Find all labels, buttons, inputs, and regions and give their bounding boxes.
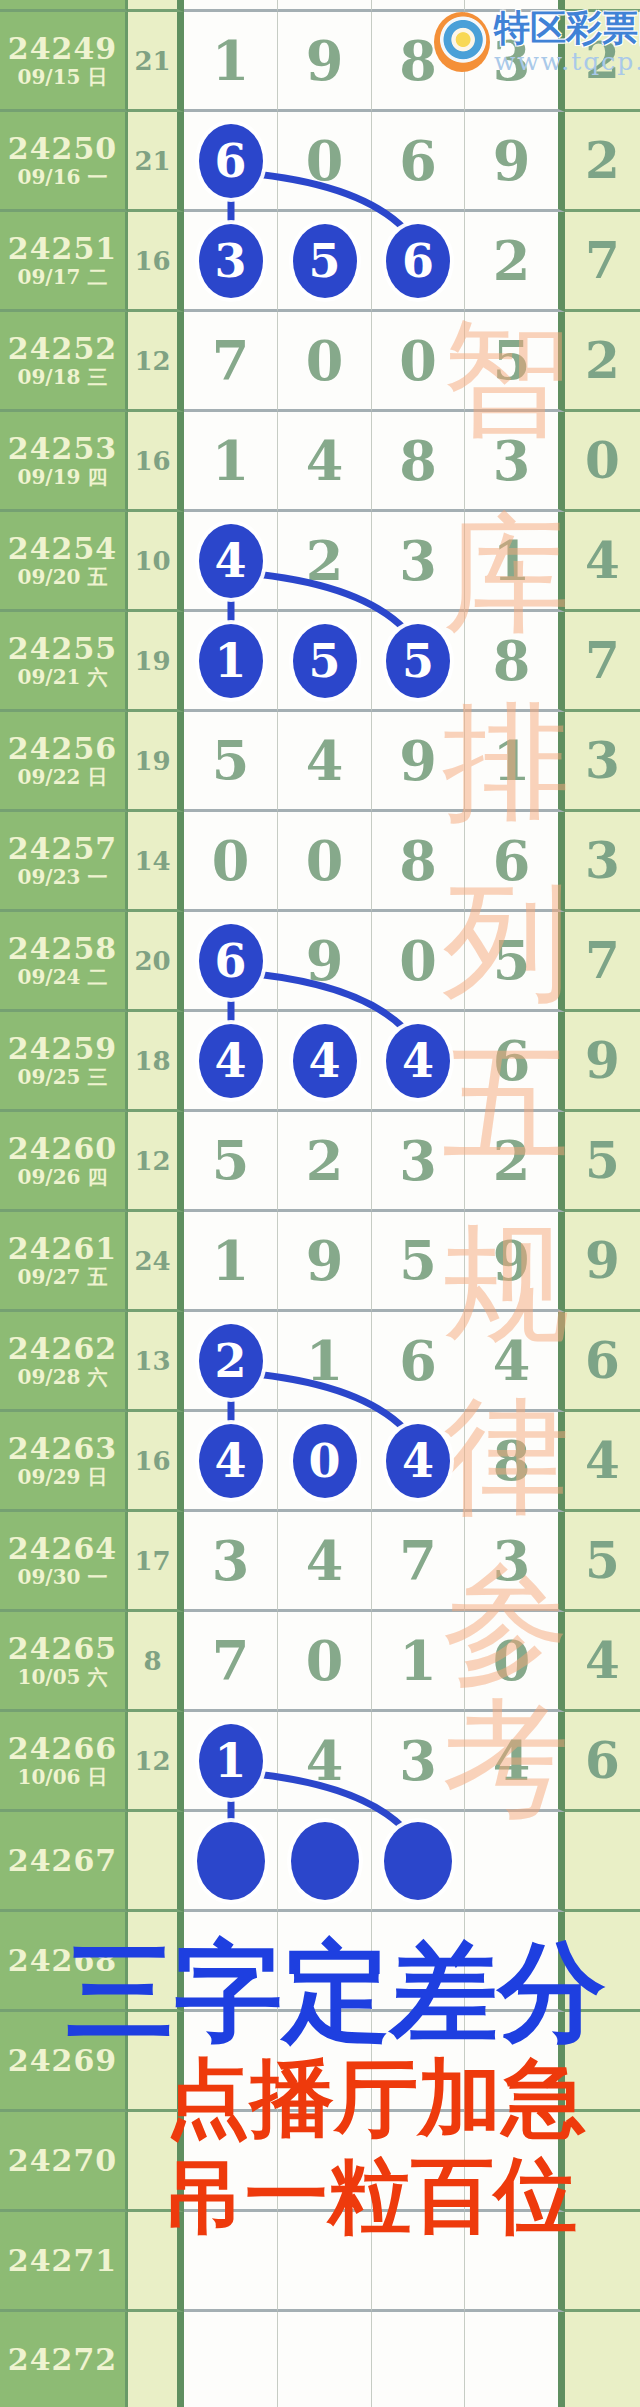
last-digit-cell: 7 bbox=[565, 212, 640, 312]
digit-cell: 4 bbox=[278, 712, 372, 812]
digit-cell: 6 bbox=[465, 1012, 565, 1112]
draw-date: 09/24 二 bbox=[18, 967, 108, 988]
issue-number: 24251 bbox=[8, 233, 117, 265]
last-digit-cell: 9 bbox=[565, 1012, 640, 1112]
issue-cell: 2426610/06 日 bbox=[0, 1712, 128, 1812]
digit-cell: 0 bbox=[372, 312, 465, 412]
chart-row-24257: 2425709/23 一1400863 bbox=[0, 812, 640, 912]
digit-cell: 8 bbox=[372, 812, 465, 912]
count-cell: 8 bbox=[128, 1612, 184, 1712]
prediction-circle bbox=[197, 1822, 265, 1900]
count-cell: 19 bbox=[128, 612, 184, 712]
issue-number: 24271 bbox=[8, 2245, 117, 2277]
count-cell: 12 bbox=[128, 1112, 184, 1212]
digit-cell: 6 bbox=[465, 812, 565, 912]
issue-cell: 24267 bbox=[0, 1812, 128, 1912]
count-cell bbox=[128, 2312, 184, 2407]
circled-digit: 6 bbox=[386, 224, 450, 298]
circled-digit: 4 bbox=[293, 1024, 357, 1098]
digit-cell bbox=[278, 2312, 372, 2407]
digit-cell: 0 bbox=[278, 112, 372, 212]
digit-cell: 5 bbox=[278, 612, 372, 712]
digit-cell: 9 bbox=[278, 12, 372, 112]
digit-cell: 2 bbox=[465, 212, 565, 312]
last-digit-cell: 2 bbox=[565, 312, 640, 412]
issue-number: 24254 bbox=[8, 533, 117, 565]
digit-cell bbox=[278, 1812, 372, 1912]
annotation-red-line2: 吊一粒百位 bbox=[162, 2154, 577, 2237]
digit-cell bbox=[465, 2312, 565, 2407]
digit-cell: 4 bbox=[184, 1412, 278, 1512]
draw-date: 09/30 一 bbox=[18, 1567, 108, 1588]
issue-number: 24252 bbox=[8, 333, 117, 365]
issue-number: 24263 bbox=[8, 1433, 117, 1465]
site-name: 特区彩票网 bbox=[494, 10, 640, 46]
digit-cell: 5 bbox=[184, 712, 278, 812]
issue-number: 24253 bbox=[8, 433, 117, 465]
digit-cell: 6 bbox=[372, 112, 465, 212]
digit-cell: 0 bbox=[372, 912, 465, 1012]
digit-cell: 4 bbox=[184, 1012, 278, 1112]
circled-digit: 6 bbox=[199, 124, 263, 198]
issue-number: 24260 bbox=[8, 1133, 117, 1165]
issue-number: 24259 bbox=[8, 1033, 117, 1065]
count-cell bbox=[128, 0, 184, 12]
issue-number: 24264 bbox=[8, 1533, 117, 1565]
circled-digit: 4 bbox=[199, 1024, 263, 1098]
last-digit-cell: 0 bbox=[565, 412, 640, 512]
draw-date: 09/25 三 bbox=[18, 1067, 108, 1088]
digit-cell: 0 bbox=[465, 1612, 565, 1712]
chart-row-24254: 2425409/20 五1042314 bbox=[0, 512, 640, 612]
digit-cell: 1 bbox=[465, 512, 565, 612]
digit-cell: 0 bbox=[278, 812, 372, 912]
issue-number: 24258 bbox=[8, 933, 117, 965]
count-cell: 20 bbox=[128, 912, 184, 1012]
draw-date: 09/16 一 bbox=[18, 167, 108, 188]
count-cell: 12 bbox=[128, 312, 184, 412]
circled-digit: 1 bbox=[199, 1724, 263, 1798]
last-digit-cell bbox=[565, 1812, 640, 1912]
count-cell: 16 bbox=[128, 212, 184, 312]
digit-cell: 8 bbox=[372, 412, 465, 512]
digit-cell: 3 bbox=[372, 1112, 465, 1212]
site-logo: 特区彩票网 www.tqcp.net bbox=[434, 10, 640, 76]
last-digit-cell: 7 bbox=[565, 612, 640, 712]
draw-date: 09/22 日 bbox=[18, 767, 108, 788]
draw-date: 09/15 日 bbox=[18, 67, 108, 88]
digit-cell: 7 bbox=[372, 1512, 465, 1612]
issue-cell: 2424909/15 日 bbox=[0, 12, 128, 112]
count-cell: 16 bbox=[128, 412, 184, 512]
count-cell: 14 bbox=[128, 812, 184, 912]
digit-cell: 9 bbox=[278, 1212, 372, 1312]
circled-digit: 4 bbox=[199, 1424, 263, 1498]
last-digit-cell: 5 bbox=[565, 1112, 640, 1212]
count-cell: 18 bbox=[128, 1012, 184, 1112]
issue-cell: 2425909/25 三 bbox=[0, 1012, 128, 1112]
count-cell: 16 bbox=[128, 1412, 184, 1512]
digit-cell: 4 bbox=[278, 1012, 372, 1112]
last-digit-cell: 7 bbox=[565, 912, 640, 1012]
digit-cell: 4 bbox=[278, 1512, 372, 1612]
chart-row-24263: 2426309/29 日1640484 bbox=[0, 1412, 640, 1512]
digit-cell bbox=[278, 0, 372, 12]
issue-cell: 2426510/05 六 bbox=[0, 1612, 128, 1712]
digit-cell: 1 bbox=[184, 1212, 278, 1312]
issue-number: 24256 bbox=[8, 733, 117, 765]
issue-number: 24267 bbox=[8, 1845, 117, 1877]
digit-cell: 3 bbox=[465, 1512, 565, 1612]
digit-cell: 5 bbox=[465, 312, 565, 412]
digit-cell: 1 bbox=[184, 412, 278, 512]
draw-date: 09/26 四 bbox=[18, 1167, 108, 1188]
draw-date: 09/29 日 bbox=[18, 1467, 108, 1488]
digit-cell: 3 bbox=[184, 1512, 278, 1612]
circled-digit: 4 bbox=[386, 1424, 450, 1498]
digit-cell: 5 bbox=[465, 912, 565, 1012]
chart-row-24256: 2425609/22 日1954913 bbox=[0, 712, 640, 812]
digit-cell: 2 bbox=[465, 1112, 565, 1212]
issue-cell: 24272 bbox=[0, 2312, 128, 2407]
issue-cell: 24271 bbox=[0, 2212, 128, 2312]
chart-row-24262: 2426209/28 六1321646 bbox=[0, 1312, 640, 1412]
issue-cell: 24270 bbox=[0, 2112, 128, 2212]
chart-row-24265: 2426510/05 六870104 bbox=[0, 1612, 640, 1712]
issue-cell: 2426409/30 一 bbox=[0, 1512, 128, 1612]
draw-date: 09/17 二 bbox=[18, 267, 108, 288]
circled-digit: 6 bbox=[199, 924, 263, 998]
digit-cell: 9 bbox=[372, 712, 465, 812]
digit-cell: 6 bbox=[372, 212, 465, 312]
digit-cell bbox=[184, 0, 278, 12]
chart-row-24261: 2426109/27 五2419599 bbox=[0, 1212, 640, 1312]
chart-row-24258: 2425809/24 二2069057 bbox=[0, 912, 640, 1012]
digit-cell: 7 bbox=[184, 1612, 278, 1712]
prediction-circle bbox=[384, 1822, 452, 1900]
issue-cell: 2425009/16 一 bbox=[0, 112, 128, 212]
digit-cell: 1 bbox=[465, 712, 565, 812]
digit-cell: 4 bbox=[465, 1712, 565, 1812]
issue-cell: 2426109/27 五 bbox=[0, 1212, 128, 1312]
digit-cell: 1 bbox=[184, 612, 278, 712]
chart-row-24267: 24267 bbox=[0, 1812, 640, 1912]
count-cell bbox=[128, 1812, 184, 1912]
issue-number: 24257 bbox=[8, 833, 117, 865]
circled-digit: 5 bbox=[386, 624, 450, 698]
last-digit-cell: 2 bbox=[565, 112, 640, 212]
count-cell: 24 bbox=[128, 1212, 184, 1312]
issue-number: 24265 bbox=[8, 1633, 117, 1665]
circled-digit: 5 bbox=[293, 224, 357, 298]
annotation-red-line1: 点播厅加急 bbox=[166, 2056, 586, 2140]
count-cell: 12 bbox=[128, 1712, 184, 1812]
issue-number: 24250 bbox=[8, 133, 117, 165]
digit-cell bbox=[465, 1812, 565, 1912]
digit-cell: 4 bbox=[372, 1412, 465, 1512]
digit-cell: 4 bbox=[372, 1012, 465, 1112]
circled-digit: 1 bbox=[199, 624, 263, 698]
draw-date: 09/23 一 bbox=[18, 867, 108, 888]
last-digit-cell: 6 bbox=[565, 1712, 640, 1812]
last-digit-cell bbox=[565, 2312, 640, 2407]
circled-digit: 2 bbox=[199, 1324, 263, 1398]
last-digit-cell: 4 bbox=[565, 1412, 640, 1512]
digit-cell: 0 bbox=[184, 812, 278, 912]
issue-number: 24270 bbox=[8, 2145, 117, 2177]
digit-cell: 6 bbox=[184, 912, 278, 1012]
annotation-blue-headline: 三字定差分 bbox=[66, 1938, 606, 2046]
draw-date: 09/28 六 bbox=[18, 1367, 108, 1388]
issue-number: 24255 bbox=[8, 633, 117, 665]
digit-cell: 5 bbox=[372, 612, 465, 712]
issue-cell: 2426009/26 四 bbox=[0, 1112, 128, 1212]
draw-date: 09/18 三 bbox=[18, 367, 108, 388]
issue-cell: 2426209/28 六 bbox=[0, 1312, 128, 1412]
issue-cell: 2425309/19 四 bbox=[0, 412, 128, 512]
digit-cell bbox=[372, 2312, 465, 2407]
issue-number: 24266 bbox=[8, 1733, 117, 1765]
digit-cell: 4 bbox=[278, 412, 372, 512]
issue-number: 24272 bbox=[8, 2344, 117, 2376]
circled-digit: 3 bbox=[199, 224, 263, 298]
digit-cell: 2 bbox=[278, 512, 372, 612]
digit-cell: 6 bbox=[372, 1312, 465, 1412]
digit-cell: 0 bbox=[278, 1412, 372, 1512]
issue-cell: 2425809/24 二 bbox=[0, 912, 128, 1012]
digit-cell: 3 bbox=[372, 512, 465, 612]
site-logo-text: 特区彩票网 www.tqcp.net bbox=[494, 10, 640, 76]
draw-date: 09/21 六 bbox=[18, 667, 108, 688]
digit-cell bbox=[372, 1812, 465, 1912]
draw-date: 09/27 五 bbox=[18, 1267, 108, 1288]
last-digit-cell: 4 bbox=[565, 512, 640, 612]
digit-cell: 1 bbox=[184, 1712, 278, 1812]
issue-cell: 2425509/21 六 bbox=[0, 612, 128, 712]
digit-cell: 5 bbox=[372, 1212, 465, 1312]
issue-number: 24261 bbox=[8, 1233, 117, 1265]
issue-cell: 2425409/20 五 bbox=[0, 512, 128, 612]
site-url: www.tqcp.net bbox=[494, 47, 640, 76]
chart-row-24250: 2425009/16 一2160692 bbox=[0, 112, 640, 212]
issue-number: 24249 bbox=[8, 33, 117, 65]
issue-cell bbox=[0, 0, 128, 12]
last-digit-cell: 4 bbox=[565, 1612, 640, 1712]
count-cell: 10 bbox=[128, 512, 184, 612]
digit-cell: 0 bbox=[278, 1612, 372, 1712]
prediction-circle bbox=[291, 1822, 359, 1900]
digit-cell: 3 bbox=[465, 412, 565, 512]
digit-cell: 0 bbox=[278, 312, 372, 412]
digit-cell: 4 bbox=[465, 1312, 565, 1412]
digit-cell: 3 bbox=[372, 1712, 465, 1812]
draw-date: 10/05 六 bbox=[18, 1667, 108, 1688]
issue-cell: 2425709/23 一 bbox=[0, 812, 128, 912]
digit-cell: 1 bbox=[184, 12, 278, 112]
chart-row-24266: 2426610/06 日1214346 bbox=[0, 1712, 640, 1812]
issue-cell: 2425209/18 三 bbox=[0, 312, 128, 412]
last-digit-cell: 3 bbox=[565, 712, 640, 812]
chart-row-24255: 2425509/21 六1915587 bbox=[0, 612, 640, 712]
digit-cell: 2 bbox=[278, 1112, 372, 1212]
digit-cell: 1 bbox=[278, 1312, 372, 1412]
chart-row-24251: 2425109/17 二1635627 bbox=[0, 212, 640, 312]
chart-row-24253: 2425309/19 四1614830 bbox=[0, 412, 640, 512]
count-cell: 17 bbox=[128, 1512, 184, 1612]
chart-row-24259: 2425909/25 三1844469 bbox=[0, 1012, 640, 1112]
issue-cell: 2425109/17 二 bbox=[0, 212, 128, 312]
draw-date: 09/20 五 bbox=[18, 567, 108, 588]
digit-cell: 9 bbox=[465, 112, 565, 212]
digit-cell: 9 bbox=[278, 912, 372, 1012]
digit-cell: 2 bbox=[184, 1312, 278, 1412]
swirl-logo-icon bbox=[434, 12, 490, 72]
issue-cell: 2425609/22 日 bbox=[0, 712, 128, 812]
draw-date: 10/06 日 bbox=[18, 1767, 108, 1788]
last-digit-cell: 6 bbox=[565, 1312, 640, 1412]
digit-cell: 9 bbox=[465, 1212, 565, 1312]
pailie5-trend-chart: 2424909/15 日21198322425009/16 一216069224… bbox=[0, 0, 640, 2407]
circled-digit: 0 bbox=[293, 1424, 357, 1498]
circled-digit: 4 bbox=[199, 524, 263, 598]
chart-row-24252: 2425209/18 三1270052 bbox=[0, 312, 640, 412]
last-digit-cell: 5 bbox=[565, 1512, 640, 1612]
count-cell: 21 bbox=[128, 112, 184, 212]
chart-row-24264: 2426409/30 一1734735 bbox=[0, 1512, 640, 1612]
digit-cell: 8 bbox=[465, 1412, 565, 1512]
digit-cell: 4 bbox=[184, 512, 278, 612]
digit-cell: 8 bbox=[465, 612, 565, 712]
circled-digit: 5 bbox=[293, 624, 357, 698]
draw-date: 09/19 四 bbox=[18, 467, 108, 488]
digit-cell: 4 bbox=[278, 1712, 372, 1812]
digit-cell bbox=[184, 1812, 278, 1912]
last-digit-cell: 9 bbox=[565, 1212, 640, 1312]
digit-cell: 1 bbox=[372, 1612, 465, 1712]
chart-row-24260: 2426009/26 四1252325 bbox=[0, 1112, 640, 1212]
count-cell: 21 bbox=[128, 12, 184, 112]
digit-cell: 5 bbox=[184, 1112, 278, 1212]
last-digit-cell: 3 bbox=[565, 812, 640, 912]
digit-cell: 7 bbox=[184, 312, 278, 412]
digit-cell: 6 bbox=[184, 112, 278, 212]
count-cell: 13 bbox=[128, 1312, 184, 1412]
digit-cell: 5 bbox=[278, 212, 372, 312]
issue-number: 24262 bbox=[8, 1333, 117, 1365]
digit-cell: 3 bbox=[184, 212, 278, 312]
digit-cell bbox=[184, 2312, 278, 2407]
chart-row-24272: 24272 bbox=[0, 2312, 640, 2407]
issue-cell: 2426309/29 日 bbox=[0, 1412, 128, 1512]
count-cell: 19 bbox=[128, 712, 184, 812]
circled-digit: 4 bbox=[386, 1024, 450, 1098]
